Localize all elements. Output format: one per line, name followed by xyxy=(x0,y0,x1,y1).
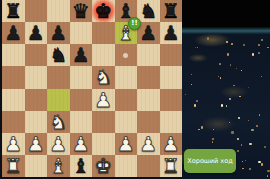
square-f2[interactable]: ♟ xyxy=(115,133,138,155)
white-pawn-f2: ♟ xyxy=(117,133,135,155)
square-h2[interactable]: ♟ xyxy=(160,133,183,155)
square-d4[interactable] xyxy=(70,89,93,111)
city-light xyxy=(201,126,203,128)
city-light xyxy=(213,129,214,130)
square-b2[interactable]: ♟ xyxy=(25,133,48,155)
city-light xyxy=(238,117,240,119)
city-light xyxy=(226,105,228,107)
square-a2[interactable]: ♟ xyxy=(2,133,25,155)
city-light xyxy=(197,47,199,49)
square-c8[interactable] xyxy=(47,0,70,22)
white-pawn-e4: ♟ xyxy=(94,89,112,111)
square-a4[interactable] xyxy=(2,89,25,111)
square-b8[interactable] xyxy=(25,0,48,22)
city-light xyxy=(245,160,246,161)
city-light xyxy=(227,53,229,55)
square-g2[interactable]: ♟ xyxy=(137,133,160,155)
square-h3[interactable] xyxy=(160,111,183,133)
square-a1[interactable]: ♜ xyxy=(2,155,25,177)
square-e3[interactable] xyxy=(92,111,115,133)
white-pawn-b2: ♟ xyxy=(27,133,45,155)
city-light xyxy=(219,63,221,65)
city-light xyxy=(261,163,263,165)
chess-app-window: ♜♛♚♝♞♜♟♟♟♝!!♟♟♞♟♞♟♞♟♟♟♟♟♟♟♜♝♝♚♜ Хороший … xyxy=(0,0,270,179)
city-light xyxy=(261,39,263,41)
white-rook-h1: ♜ xyxy=(162,155,180,177)
square-c6[interactable]: ♞ xyxy=(47,44,70,66)
city-light xyxy=(264,146,266,148)
city-light xyxy=(242,161,243,162)
city-light xyxy=(198,129,200,131)
square-d1[interactable]: ♝ xyxy=(70,155,93,177)
white-knight-e5: ♞ xyxy=(94,66,112,88)
black-pawn-g7: ♟ xyxy=(139,22,157,44)
city-light xyxy=(241,144,243,146)
square-a7[interactable]: ♟ xyxy=(2,22,25,44)
city-light xyxy=(259,114,261,116)
city-light xyxy=(233,85,234,86)
white-king-e1: ♚ xyxy=(94,155,112,177)
white-pawn-c2: ♟ xyxy=(49,133,67,155)
city-light xyxy=(236,68,237,69)
white-knight-c3: ♞ xyxy=(49,111,67,133)
city-light xyxy=(258,44,260,46)
square-d2[interactable]: ♟ xyxy=(70,133,93,155)
earth-horizon-glow xyxy=(182,27,270,34)
square-g6[interactable] xyxy=(137,44,160,66)
white-bishop-c1: ♝ xyxy=(49,155,67,177)
black-pawn-d6: ♟ xyxy=(72,44,90,66)
white-pawn-h2: ♟ xyxy=(162,133,180,155)
square-e5[interactable]: ♞ xyxy=(92,66,115,88)
white-pawn-g2: ♟ xyxy=(139,133,157,155)
black-knight-g8: ♞ xyxy=(139,0,157,22)
square-h5[interactable] xyxy=(160,66,183,88)
city-light xyxy=(237,138,239,140)
white-pawn-a2: ♟ xyxy=(4,133,22,155)
square-g1[interactable] xyxy=(137,155,160,177)
black-king-e8: ♚ xyxy=(94,0,112,22)
square-d3[interactable] xyxy=(70,111,93,133)
square-c4[interactable] xyxy=(47,89,70,111)
black-pawn-c7: ♟ xyxy=(49,22,67,44)
square-b1[interactable] xyxy=(25,155,48,177)
city-light xyxy=(212,138,214,140)
chess-board: ♜♛♚♝♞♜♟♟♟♝!!♟♟♞♟♞♟♞♟♟♟♟♟♟♟♜♝♝♚♜ xyxy=(2,0,182,177)
square-f4[interactable] xyxy=(115,89,138,111)
city-light xyxy=(212,141,214,143)
city-light xyxy=(267,47,269,49)
city-light xyxy=(229,122,230,123)
city-light xyxy=(248,87,250,89)
square-a5[interactable] xyxy=(2,66,25,88)
square-c2[interactable]: ♟ xyxy=(47,133,70,155)
city-light xyxy=(249,168,251,170)
square-e1[interactable]: ♚ xyxy=(92,155,115,177)
city-light xyxy=(230,64,231,65)
square-h4[interactable] xyxy=(160,89,183,111)
square-e7[interactable] xyxy=(92,22,115,44)
square-b4[interactable] xyxy=(25,89,48,111)
square-a3[interactable] xyxy=(2,111,25,133)
square-d6[interactable]: ♟ xyxy=(70,44,93,66)
black-knight-c6: ♞ xyxy=(49,44,67,66)
city-light xyxy=(248,120,249,121)
square-f7[interactable]: ♝!! xyxy=(115,22,138,44)
city-light xyxy=(261,76,262,77)
white-rook-a1: ♜ xyxy=(4,155,22,177)
city-light xyxy=(252,53,254,55)
city-light xyxy=(220,77,221,78)
city-light xyxy=(191,84,192,85)
square-g8[interactable]: ♞ xyxy=(137,0,160,22)
city-light xyxy=(194,104,196,106)
white-pawn-d2: ♟ xyxy=(72,133,90,155)
move-hint-dot xyxy=(123,53,128,58)
square-e8[interactable]: ♚ xyxy=(92,0,115,22)
square-a6[interactable] xyxy=(2,44,25,66)
good-move-button[interactable]: Хороший ход xyxy=(184,149,236,173)
square-e4[interactable]: ♟ xyxy=(92,89,115,111)
square-e6[interactable] xyxy=(92,44,115,66)
square-c3[interactable]: ♞ xyxy=(47,111,70,133)
square-f1[interactable] xyxy=(115,155,138,177)
city-light xyxy=(237,150,239,152)
black-pawn-h7: ♟ xyxy=(162,22,180,44)
city-light xyxy=(249,143,251,145)
black-pawn-a7: ♟ xyxy=(4,22,22,44)
city-light xyxy=(239,96,240,97)
square-b6[interactable] xyxy=(25,44,48,66)
city-light xyxy=(256,125,258,127)
city-light xyxy=(258,52,260,54)
square-f5[interactable] xyxy=(115,66,138,88)
black-queen-d8: ♛ xyxy=(72,0,90,22)
square-e2[interactable] xyxy=(92,133,115,155)
square-c7[interactable]: ♟ xyxy=(47,22,70,44)
space-sky-backdrop xyxy=(182,0,270,29)
black-rook-h8: ♜ xyxy=(162,0,180,22)
city-light xyxy=(242,168,244,170)
square-h8[interactable]: ♜ xyxy=(160,0,183,22)
square-h6[interactable] xyxy=(160,44,183,66)
black-pawn-b7: ♟ xyxy=(27,22,45,44)
square-h7[interactable]: ♟ xyxy=(160,22,183,44)
square-b3[interactable] xyxy=(25,111,48,133)
city-light xyxy=(221,104,224,107)
square-g3[interactable] xyxy=(137,111,160,133)
city-light xyxy=(231,43,232,44)
city-light xyxy=(191,74,192,75)
square-g4[interactable] xyxy=(137,89,160,111)
city-light xyxy=(196,100,198,102)
square-d5[interactable] xyxy=(70,66,93,88)
side-panel: Хороший ход xyxy=(182,0,270,179)
square-c1[interactable]: ♝ xyxy=(47,155,70,177)
city-light xyxy=(185,94,186,95)
city-light xyxy=(251,129,254,132)
square-d7[interactable] xyxy=(70,22,93,44)
black-rook-a8: ♜ xyxy=(4,0,22,22)
city-light xyxy=(267,175,268,176)
square-f6[interactable] xyxy=(115,44,138,66)
square-h1[interactable]: ♜ xyxy=(160,155,183,177)
city-light xyxy=(241,70,242,71)
square-c5[interactable] xyxy=(47,66,70,88)
square-g5[interactable] xyxy=(137,66,160,88)
square-f3[interactable] xyxy=(115,111,138,133)
square-b5[interactable] xyxy=(25,66,48,88)
city-light xyxy=(218,76,219,77)
city-light xyxy=(231,131,234,134)
city-light xyxy=(207,37,209,39)
city-light xyxy=(226,41,228,43)
city-light xyxy=(267,170,269,172)
black-bishop-d1: ♝ xyxy=(72,155,90,177)
square-b7[interactable]: ♟ xyxy=(25,22,48,44)
square-d8[interactable]: ♛ xyxy=(70,0,93,22)
city-light xyxy=(243,44,245,46)
square-a8[interactable]: ♜ xyxy=(2,0,25,22)
city-light xyxy=(229,98,231,100)
